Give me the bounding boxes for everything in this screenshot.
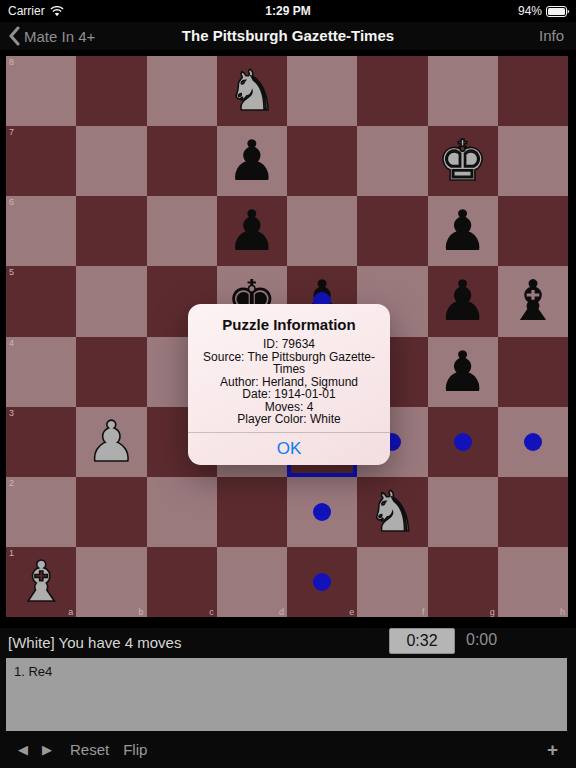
dialog-line-id: ID: 79634	[198, 338, 380, 351]
square-g8[interactable]	[428, 56, 498, 126]
rank-label-2: 2	[9, 478, 14, 488]
square-f6[interactable]	[357, 196, 427, 266]
white-knight-d8[interactable]: ♞	[217, 56, 287, 126]
square-b4[interactable]	[76, 337, 146, 407]
legal-move-dot-e2[interactable]	[313, 503, 331, 521]
dialog-line-source: Source: The Pittsburgh Gazette-Times	[198, 351, 380, 376]
square-h8[interactable]	[498, 56, 568, 126]
rank-label-4: 4	[9, 338, 14, 348]
square-e6[interactable]	[287, 196, 357, 266]
rank-label-5: 5	[9, 267, 14, 277]
white-knight-f2[interactable]: ♞	[357, 477, 427, 547]
square-a5[interactable]: 5	[6, 266, 76, 336]
legal-move-dot-h3[interactable]	[524, 433, 542, 451]
game-status-row: [White] You have 4 moves 0:32 0:00	[0, 628, 576, 658]
square-h4[interactable]	[498, 337, 568, 407]
square-e8[interactable]	[287, 56, 357, 126]
square-d2[interactable]	[217, 477, 287, 547]
square-h6[interactable]	[498, 196, 568, 266]
square-d1[interactable]: d	[217, 547, 287, 617]
square-g7[interactable]: ♚	[428, 126, 498, 196]
square-g6[interactable]: ♟	[428, 196, 498, 266]
square-c7[interactable]	[147, 126, 217, 196]
puzzle-info-dialog: Puzzle Information ID: 79634 Source: The…	[188, 304, 390, 465]
white-king-g7[interactable]: ♚	[428, 126, 498, 196]
square-a1[interactable]: 1a♝	[6, 547, 76, 617]
step-back-button[interactable]: ◀	[18, 742, 28, 757]
square-c8[interactable]	[147, 56, 217, 126]
reset-button[interactable]: Reset	[70, 741, 109, 758]
info-button[interactable]: Info	[539, 27, 564, 44]
black-pawn-g5[interactable]: ♟	[428, 266, 498, 336]
black-pawn-d7[interactable]: ♟	[217, 126, 287, 196]
square-a4[interactable]: 4	[6, 337, 76, 407]
square-b7[interactable]	[76, 126, 146, 196]
nav-bar: Mate In 4+ The Pittsburgh Gazette-Times …	[0, 22, 576, 50]
square-h7[interactable]	[498, 126, 568, 196]
rank-label-7: 7	[9, 127, 14, 137]
rank-label-3: 3	[9, 408, 14, 418]
status-bar: Carrier 1:29 PM 94%	[0, 0, 576, 22]
status-message: [White] You have 4 moves	[8, 634, 181, 651]
square-a2[interactable]: 2	[6, 477, 76, 547]
black-bishop-h5[interactable]: ♝	[498, 266, 568, 336]
app-screen: Carrier 1:29 PM 94%	[0, 0, 576, 768]
square-f8[interactable]	[357, 56, 427, 126]
square-d8[interactable]: ♞	[217, 56, 287, 126]
file-label-c: c	[209, 607, 214, 617]
file-label-b: b	[138, 607, 143, 617]
square-a8[interactable]: 8	[6, 56, 76, 126]
file-label-g: g	[490, 607, 495, 617]
square-e2[interactable]	[287, 477, 357, 547]
square-f7[interactable]	[357, 126, 427, 196]
square-d6[interactable]: ♟	[217, 196, 287, 266]
add-button[interactable]: +	[547, 739, 558, 761]
square-g2[interactable]	[428, 477, 498, 547]
square-a6[interactable]: 6	[6, 196, 76, 266]
rank-label-6: 6	[9, 197, 14, 207]
square-g1[interactable]: g	[428, 547, 498, 617]
flip-button[interactable]: Flip	[123, 741, 147, 758]
square-h5[interactable]: ♝	[498, 266, 568, 336]
step-forward-button[interactable]: ▶	[42, 742, 52, 757]
square-b8[interactable]	[76, 56, 146, 126]
square-g4[interactable]: ♟	[428, 337, 498, 407]
square-g3[interactable]	[428, 407, 498, 477]
white-pawn-b3[interactable]: ♟	[76, 407, 146, 477]
square-h3[interactable]	[498, 407, 568, 477]
square-b5[interactable]	[76, 266, 146, 336]
square-c2[interactable]	[147, 477, 217, 547]
opponent-clock: 0:00	[466, 631, 497, 649]
bottom-toolbar: ◀ ▶ Reset Flip +	[0, 731, 576, 768]
square-a7[interactable]: 7	[6, 126, 76, 196]
square-h1[interactable]: h	[498, 547, 568, 617]
white-bishop-a1[interactable]: ♝	[6, 547, 76, 617]
legal-move-dot-g3[interactable]	[454, 433, 472, 451]
file-label-f: f	[422, 607, 425, 617]
square-d7[interactable]: ♟	[217, 126, 287, 196]
file-label-e: e	[349, 607, 354, 617]
black-pawn-g6[interactable]: ♟	[428, 196, 498, 266]
dialog-title: Puzzle Information	[198, 316, 380, 333]
square-b1[interactable]: b	[76, 547, 146, 617]
square-c6[interactable]	[147, 196, 217, 266]
ok-button[interactable]: OK	[188, 433, 390, 465]
move-list[interactable]: 1. Re4	[6, 658, 567, 731]
file-label-d: d	[279, 607, 284, 617]
clock-time: 1:29 PM	[0, 4, 576, 18]
square-e1[interactable]: e	[287, 547, 357, 617]
black-pawn-g4[interactable]: ♟	[428, 337, 498, 407]
black-pawn-d6[interactable]: ♟	[217, 196, 287, 266]
square-h2[interactable]	[498, 477, 568, 547]
legal-move-dot-e1[interactable]	[313, 573, 331, 591]
square-f1[interactable]: f	[357, 547, 427, 617]
file-label-h: h	[560, 607, 565, 617]
square-b2[interactable]	[76, 477, 146, 547]
square-b6[interactable]	[76, 196, 146, 266]
dialog-line-player-color: Player Color: White	[198, 413, 380, 426]
square-a3[interactable]: 3	[6, 407, 76, 477]
square-g5[interactable]: ♟	[428, 266, 498, 336]
square-c1[interactable]: c	[147, 547, 217, 617]
page-title: The Pittsburgh Gazette-Times	[0, 27, 576, 44]
rank-label-8: 8	[9, 57, 14, 67]
square-e7[interactable]	[287, 126, 357, 196]
square-b3[interactable]: ♟	[76, 407, 146, 477]
dialog-line-date: Date: 1914-01-01	[198, 388, 380, 401]
square-f2[interactable]: ♞	[357, 477, 427, 547]
player-clock: 0:32	[389, 628, 455, 654]
